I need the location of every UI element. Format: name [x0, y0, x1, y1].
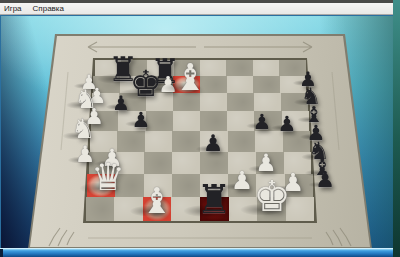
- captured-black-6: ♟: [315, 169, 335, 191]
- piece-black-pawn-g5[interactable]: ♟: [253, 111, 272, 132]
- piece-white-bishop-c1[interactable]: ♝: [141, 183, 173, 219]
- menu-bar: Игра Справка: [0, 3, 393, 15]
- game-area: ♜♜♟♟♟♝♚♟♞♞♟♝♟♟♟♟♞♟♟♞♟♟♟♝♟♟♟♛♚♝♜: [1, 16, 393, 248]
- piece-black-pawn-b5[interactable]: ♟: [132, 109, 151, 130]
- board-layer: ♜♜♟♟♟♝♚♟♞♞♟♝♟♟♟♟♞♟♟♞♟♟♟♝♟♟♟♛♚♝♜: [1, 16, 393, 248]
- piece-white-pawn-f2[interactable]: ♟: [231, 168, 253, 193]
- piece-white-king-g1[interactable]: ♚: [253, 176, 291, 218]
- piece-white-queen-a2[interactable]: ♛: [91, 158, 125, 196]
- piece-black-pawn-h5[interactable]: ♟: [278, 113, 297, 134]
- menu-game[interactable]: Игра: [4, 5, 22, 13]
- screen: { "game": "chess", "menu": { "items": [ …: [0, 0, 400, 257]
- taskbar[interactable]: [0, 248, 400, 257]
- piece-black-pawn-a6[interactable]: ♟: [112, 93, 130, 113]
- piece-white-bishop-d7[interactable]: ♝: [173, 59, 206, 96]
- piece-white-pawn-g3[interactable]: ♟: [255, 151, 277, 175]
- piece-black-pawn-e4[interactable]: ♟: [203, 132, 224, 155]
- piece-black-king-b7[interactable]: ♚: [130, 66, 162, 102]
- taskbar-corner: [0, 249, 3, 257]
- pieces-layer: ♜♜♟♟♟♝♚♟♞♞♟♝♟♟♟♟♞♟♟♞♟♟♟♝♟♟♟♛♚♝♜: [1, 16, 393, 248]
- captured-white-4: ♞: [71, 116, 95, 143]
- desktop-background-strip: [393, 0, 400, 257]
- menu-help[interactable]: Справка: [33, 5, 64, 13]
- piece-black-rook-e1[interactable]: ♜: [196, 179, 232, 219]
